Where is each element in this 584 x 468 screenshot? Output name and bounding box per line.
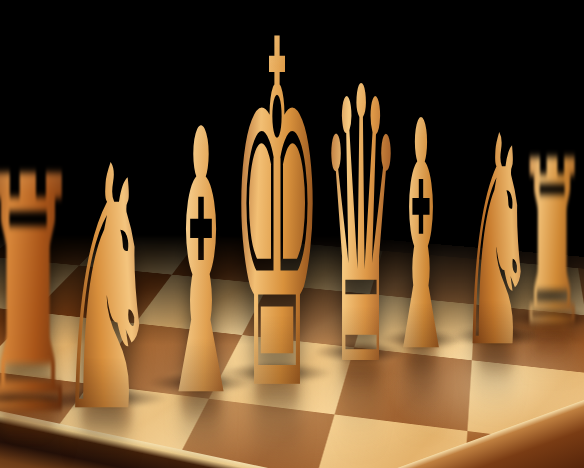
piece-rook: ♜ — [0, 304, 228, 424]
rook-glyph: ♜ — [0, 136, 82, 461]
pieces-row: ♜♞♝♚♛♝♞♜ — [0, 0, 584, 468]
chess-photo-stage: ♜♞♝♚♛♝♞♜ — [0, 0, 584, 468]
